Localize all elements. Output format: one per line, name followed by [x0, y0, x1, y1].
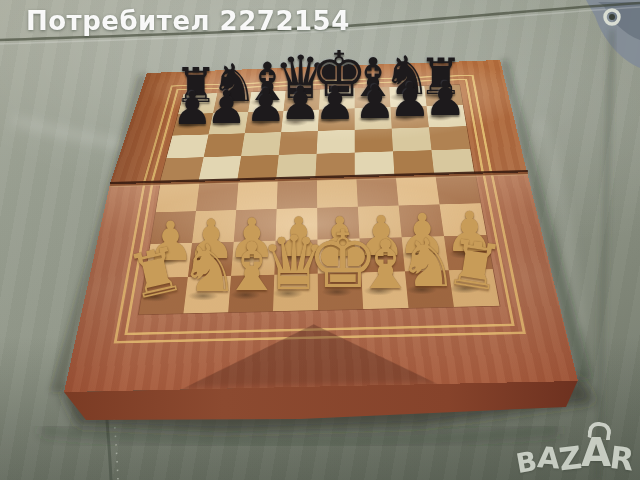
square-f6: [355, 129, 393, 153]
square-g2: [402, 236, 449, 271]
square-g4: [396, 175, 440, 206]
square-f7: [355, 107, 392, 130]
board-grid-near: [139, 173, 500, 314]
square-c3: [234, 209, 277, 242]
square-b2: [188, 242, 234, 277]
square-h4: [435, 173, 480, 204]
square-f1: [361, 271, 408, 309]
square-b1: [183, 276, 231, 314]
square-a4: [156, 181, 200, 212]
listing-photo: ♜♞♝♛♚♝♞♜♟♟♟♟♟♟♟♟♟♟♟♟♟♟♟♟♜♞♝♛♚♝♞♜ Потреби…: [0, 0, 640, 480]
square-e2: [317, 238, 361, 273]
square-g1: [405, 270, 454, 308]
square-c7: [245, 111, 284, 134]
square-b4: [196, 180, 239, 211]
square-h2: [444, 235, 493, 270]
square-a2: [145, 243, 192, 278]
square-h3: [440, 203, 487, 236]
square-a3: [151, 211, 196, 244]
logo-letter: R: [608, 439, 636, 478]
square-c6: [241, 132, 281, 156]
square-e1: [318, 272, 363, 310]
square-a1: [139, 277, 188, 315]
chess-board-far-half: [110, 60, 527, 184]
square-c4: [236, 179, 277, 210]
square-e6: [317, 130, 355, 154]
square-a7: [172, 113, 213, 135]
square-a8: [178, 93, 217, 114]
square-e8: [319, 88, 355, 109]
square-e7: [318, 108, 355, 131]
square-f4: [356, 176, 398, 207]
square-g7: [390, 106, 428, 129]
square-g3: [399, 204, 444, 237]
square-d2: [274, 240, 317, 275]
square-a6: [166, 134, 208, 158]
square-h7: [427, 105, 467, 128]
chess-board-near-half: [64, 172, 578, 392]
square-b8: [213, 92, 251, 113]
square-h8: [424, 85, 462, 106]
square-h6: [429, 126, 470, 150]
square-b3: [192, 210, 236, 243]
square-d1: [273, 274, 318, 312]
bazar-logo: B A Z A R: [516, 429, 635, 478]
tarp-seam-right: [598, 30, 612, 480]
square-f8: [355, 87, 391, 108]
square-h1: [449, 269, 500, 307]
square-b6: [204, 133, 245, 157]
square-c8: [248, 91, 285, 112]
watermark-text: Потребител 2272154: [26, 6, 350, 36]
square-f2: [360, 237, 405, 272]
square-g6: [392, 127, 432, 151]
square-d3: [276, 208, 318, 241]
square-f3: [358, 206, 402, 239]
square-b7: [209, 112, 249, 134]
square-d4: [277, 178, 318, 209]
square-c2: [231, 241, 275, 276]
square-e3: [317, 207, 359, 240]
square-c1: [228, 275, 274, 313]
board-grid-far: [160, 85, 474, 183]
square-e4: [317, 177, 358, 208]
square-d6: [279, 131, 318, 155]
square-d7: [281, 110, 319, 133]
square-g8: [389, 86, 426, 107]
square-d8: [283, 90, 320, 111]
